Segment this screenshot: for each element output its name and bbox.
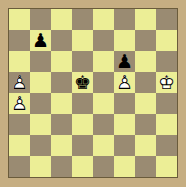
square-d5[interactable]: ♚ xyxy=(72,72,93,93)
white-pawn[interactable]: ♟♙ xyxy=(9,93,30,114)
square-g7[interactable] xyxy=(135,30,156,51)
chess-board: ♟♟♟♙♚♟♙♚♔♟♙ xyxy=(8,8,178,178)
black-pawn-glyph: ♟ xyxy=(30,30,51,51)
square-e7[interactable] xyxy=(93,30,114,51)
square-d8[interactable] xyxy=(72,9,93,30)
square-b7[interactable]: ♟ xyxy=(30,30,51,51)
white-pawn-outline-glyph: ♙ xyxy=(9,93,30,114)
square-d4[interactable] xyxy=(72,93,93,114)
square-g2[interactable] xyxy=(135,135,156,156)
square-e4[interactable] xyxy=(93,93,114,114)
square-b1[interactable] xyxy=(30,156,51,177)
square-d3[interactable] xyxy=(72,114,93,135)
square-f1[interactable] xyxy=(114,156,135,177)
board-frame: ♟♟♟♙♚♟♙♚♔♟♙ xyxy=(0,0,186,187)
square-c1[interactable] xyxy=(51,156,72,177)
square-a1[interactable] xyxy=(9,156,30,177)
square-a2[interactable] xyxy=(9,135,30,156)
square-g6[interactable] xyxy=(135,51,156,72)
square-h4[interactable] xyxy=(156,93,177,114)
square-g4[interactable] xyxy=(135,93,156,114)
black-king[interactable]: ♚ xyxy=(72,72,93,93)
square-f2[interactable] xyxy=(114,135,135,156)
white-king-outline-glyph: ♔ xyxy=(156,72,177,93)
black-pawn-glyph: ♟ xyxy=(114,51,135,72)
square-b8[interactable] xyxy=(30,9,51,30)
square-a8[interactable] xyxy=(9,9,30,30)
square-h2[interactable] xyxy=(156,135,177,156)
square-f8[interactable] xyxy=(114,9,135,30)
square-c6[interactable] xyxy=(51,51,72,72)
square-c5[interactable] xyxy=(51,72,72,93)
square-f4[interactable] xyxy=(114,93,135,114)
white-pawn-outline-glyph: ♙ xyxy=(114,72,135,93)
square-f5[interactable]: ♟♙ xyxy=(114,72,135,93)
square-d6[interactable] xyxy=(72,51,93,72)
square-g5[interactable] xyxy=(135,72,156,93)
square-a6[interactable] xyxy=(9,51,30,72)
square-b6[interactable] xyxy=(30,51,51,72)
square-h6[interactable] xyxy=(156,51,177,72)
square-c2[interactable] xyxy=(51,135,72,156)
square-c4[interactable] xyxy=(51,93,72,114)
square-c7[interactable] xyxy=(51,30,72,51)
white-pawn-outline-glyph: ♙ xyxy=(9,72,30,93)
square-e5[interactable] xyxy=(93,72,114,93)
square-a3[interactable] xyxy=(9,114,30,135)
square-f7[interactable] xyxy=(114,30,135,51)
square-b2[interactable] xyxy=(30,135,51,156)
square-d1[interactable] xyxy=(72,156,93,177)
square-f3[interactable] xyxy=(114,114,135,135)
square-a5[interactable]: ♟♙ xyxy=(9,72,30,93)
black-pawn[interactable]: ♟ xyxy=(114,51,135,72)
square-h7[interactable] xyxy=(156,30,177,51)
square-e1[interactable] xyxy=(93,156,114,177)
square-h3[interactable] xyxy=(156,114,177,135)
square-c8[interactable] xyxy=(51,9,72,30)
square-e6[interactable] xyxy=(93,51,114,72)
white-king[interactable]: ♚♔ xyxy=(156,72,177,93)
square-h5[interactable]: ♚♔ xyxy=(156,72,177,93)
square-b3[interactable] xyxy=(30,114,51,135)
square-h8[interactable] xyxy=(156,9,177,30)
square-e8[interactable] xyxy=(93,9,114,30)
square-a4[interactable]: ♟♙ xyxy=(9,93,30,114)
square-e3[interactable] xyxy=(93,114,114,135)
square-h1[interactable] xyxy=(156,156,177,177)
square-c3[interactable] xyxy=(51,114,72,135)
square-g8[interactable] xyxy=(135,9,156,30)
square-f6[interactable]: ♟ xyxy=(114,51,135,72)
square-g3[interactable] xyxy=(135,114,156,135)
square-b4[interactable] xyxy=(30,93,51,114)
square-a7[interactable] xyxy=(9,30,30,51)
square-g1[interactable] xyxy=(135,156,156,177)
black-king-glyph: ♚ xyxy=(72,72,93,93)
square-d2[interactable] xyxy=(72,135,93,156)
square-e2[interactable] xyxy=(93,135,114,156)
square-b5[interactable] xyxy=(30,72,51,93)
white-pawn[interactable]: ♟♙ xyxy=(9,72,30,93)
black-pawn[interactable]: ♟ xyxy=(30,30,51,51)
white-pawn[interactable]: ♟♙ xyxy=(114,72,135,93)
square-d7[interactable] xyxy=(72,30,93,51)
